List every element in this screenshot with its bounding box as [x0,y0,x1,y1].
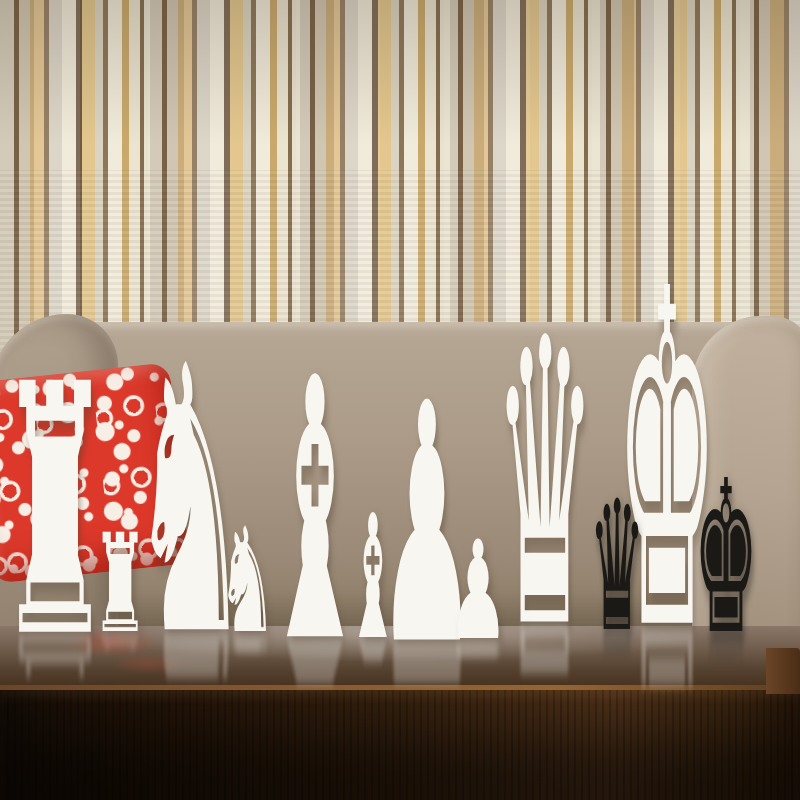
rook-glyph: ♜ [58,517,182,653]
small-white-knight: ♞ ♞ [181,510,313,633]
king-glyph: ♚ [653,453,798,664]
knight-glyph: ♞ [181,510,313,655]
small-white-rook: ♜ ♜ [58,517,182,633]
product-photo-chess-pieces: ♜ ♜ ♞ ♞ ♝ ♝ ♟ ♟ ♛ ♛ ♚ ♚ ♜ ♜ ♞ ♞ ♝ ♝ ♟ ♟ … [0,0,800,800]
small-black-king: ♚ ♚ [653,453,798,632]
pawn-glyph: ♟ [410,524,546,660]
small-white-pawn: ♟ ♟ [410,524,546,640]
